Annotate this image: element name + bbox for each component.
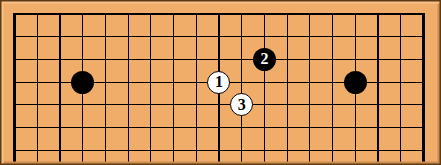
stone-white-K16: 1 — [207, 71, 230, 94]
stone-black-Q16 — [344, 71, 367, 94]
grid-row-14 — [13, 127, 424, 128]
stone-black-D16 — [71, 71, 94, 94]
grid-row-15 — [13, 104, 424, 105]
grid-row-19 — [13, 13, 424, 16]
move-number-label: 3 — [238, 96, 246, 112]
grid-row-13 — [13, 150, 424, 151]
grid-row-17 — [13, 59, 424, 60]
stone-black-M17: 2 — [253, 48, 276, 71]
grid-row-18 — [13, 36, 424, 37]
move-number-label: 2 — [260, 51, 268, 67]
move-number-label: 1 — [215, 74, 223, 90]
stone-white-L15: 3 — [230, 93, 253, 116]
go-board-diagram: 123 — [0, 0, 441, 165]
